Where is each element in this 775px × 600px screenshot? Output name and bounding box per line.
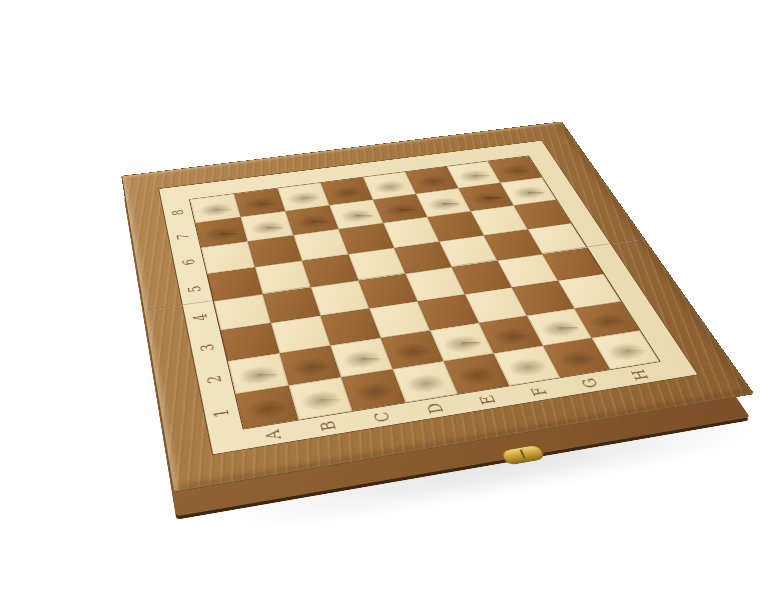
piece-glyph: ♟ [420,158,467,210]
piece-glyph: ♟ [505,148,551,199]
piece-glyph: ♟ [333,169,380,222]
piece-glyph: ♟ [243,181,291,234]
square-f7: ♟ [416,188,471,217]
piece-glyph: ♟ [463,153,509,205]
latch-pin [519,449,525,458]
piece-glyph: ♟ [377,164,424,216]
chess-set-scene: ♜♞♝♛♚♝♞♜♟♟♟♟♟♟♟♟♟♟♟♟♟♟♟♟♜♞♝♛♚♝♞♜ 8765432… [121,121,754,492]
piece-glyph: ♟ [197,187,245,241]
piece-glyph: ♟ [288,175,336,228]
piece-glyph: ♜ [235,346,298,416]
